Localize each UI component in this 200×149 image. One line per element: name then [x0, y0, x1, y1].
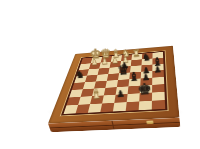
- fold-seam-horizontal: [49, 122, 180, 128]
- product-photo-background: ♚♛♝♞♜♟♟♟♟♞♟♝♞♛♟♟♝♟♝♟♚: [0, 0, 200, 149]
- brass-clasp: [147, 121, 154, 125]
- chess-board-wrap: ♚♛♝♞♜♟♟♟♟♞♟♝♞♛♟♟♝♟♝♟♚: [56, 18, 180, 142]
- black-king: ♚: [135, 81, 155, 98]
- chess-board: ♚♛♝♞♜♟♟♟♟♞♟♝♞♛♟♟♝♟♝♟♚: [48, 46, 180, 124]
